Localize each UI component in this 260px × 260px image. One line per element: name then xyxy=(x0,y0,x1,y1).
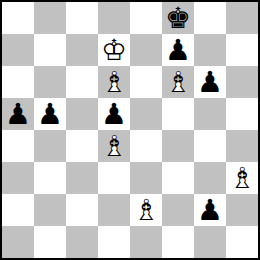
square-h4 xyxy=(226,130,258,162)
square-e5 xyxy=(130,98,162,130)
square-f8: ♚ xyxy=(162,2,194,34)
square-d5: ♟ xyxy=(98,98,130,130)
square-g6: ♟ xyxy=(194,66,226,98)
square-b1 xyxy=(34,226,66,258)
square-c5 xyxy=(66,98,98,130)
square-d3 xyxy=(98,162,130,194)
square-h7 xyxy=(226,34,258,66)
square-a1 xyxy=(2,226,34,258)
square-e6 xyxy=(130,66,162,98)
square-f5 xyxy=(162,98,194,130)
square-b3 xyxy=(34,162,66,194)
square-c2 xyxy=(66,194,98,226)
square-d2 xyxy=(98,194,130,226)
chess-board: ♚♚♔♟♝♗♝♗♟♟♟♟♝♗♝♗♝♗♟ xyxy=(2,2,258,258)
square-f2 xyxy=(162,194,194,226)
piece-white-king-d7: ♚♔ xyxy=(98,34,130,66)
square-d6: ♝♗ xyxy=(98,66,130,98)
piece-black-pawn-d5: ♟ xyxy=(98,98,130,130)
square-g2: ♟ xyxy=(194,194,226,226)
piece-black-pawn-b5: ♟ xyxy=(34,98,66,130)
square-c4 xyxy=(66,130,98,162)
square-e7 xyxy=(130,34,162,66)
piece-black-pawn-f7: ♟ xyxy=(162,34,194,66)
square-c8 xyxy=(66,2,98,34)
piece-white-bishop-d4: ♝♗ xyxy=(98,130,130,162)
square-h5 xyxy=(226,98,258,130)
square-b7 xyxy=(34,34,66,66)
piece-black-pawn-g6: ♟ xyxy=(194,66,226,98)
square-b8 xyxy=(34,2,66,34)
square-d7: ♚♔ xyxy=(98,34,130,66)
square-b6 xyxy=(34,66,66,98)
square-d1 xyxy=(98,226,130,258)
square-b5: ♟ xyxy=(34,98,66,130)
square-c7 xyxy=(66,34,98,66)
chess-diagram-frame: ♚♚♔♟♝♗♝♗♟♟♟♟♝♗♝♗♝♗♟ xyxy=(0,0,260,260)
square-f4 xyxy=(162,130,194,162)
piece-black-king-f8: ♚ xyxy=(162,2,194,34)
square-g7 xyxy=(194,34,226,66)
square-e2: ♝♗ xyxy=(130,194,162,226)
piece-white-bishop-h3: ♝♗ xyxy=(226,162,258,194)
piece-white-bishop-e2: ♝♗ xyxy=(130,194,162,226)
square-g3 xyxy=(194,162,226,194)
square-h6 xyxy=(226,66,258,98)
square-d8 xyxy=(98,2,130,34)
square-a2 xyxy=(2,194,34,226)
square-h8 xyxy=(226,2,258,34)
square-e8 xyxy=(130,2,162,34)
piece-black-pawn-a5: ♟ xyxy=(2,98,34,130)
square-g1 xyxy=(194,226,226,258)
square-h3: ♝♗ xyxy=(226,162,258,194)
square-b4 xyxy=(34,130,66,162)
piece-white-bishop-f6: ♝♗ xyxy=(162,66,194,98)
square-b2 xyxy=(34,194,66,226)
square-h2 xyxy=(226,194,258,226)
square-a3 xyxy=(2,162,34,194)
square-f7: ♟ xyxy=(162,34,194,66)
square-a8 xyxy=(2,2,34,34)
square-f3 xyxy=(162,162,194,194)
square-c3 xyxy=(66,162,98,194)
square-g4 xyxy=(194,130,226,162)
square-a4 xyxy=(2,130,34,162)
square-c6 xyxy=(66,66,98,98)
square-f1 xyxy=(162,226,194,258)
square-e3 xyxy=(130,162,162,194)
square-d4: ♝♗ xyxy=(98,130,130,162)
square-g8 xyxy=(194,2,226,34)
square-a5: ♟ xyxy=(2,98,34,130)
square-e4 xyxy=(130,130,162,162)
square-a7 xyxy=(2,34,34,66)
square-c1 xyxy=(66,226,98,258)
square-a6 xyxy=(2,66,34,98)
square-f6: ♝♗ xyxy=(162,66,194,98)
square-e1 xyxy=(130,226,162,258)
piece-black-pawn-g2: ♟ xyxy=(194,194,226,226)
piece-white-bishop-d6: ♝♗ xyxy=(98,66,130,98)
square-g5 xyxy=(194,98,226,130)
square-h1 xyxy=(226,226,258,258)
